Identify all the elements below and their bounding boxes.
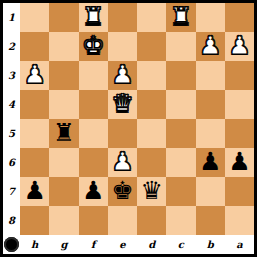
square-b2[interactable]: ♟	[196, 32, 225, 61]
file-label-c: c	[166, 235, 195, 254]
square-a8[interactable]	[225, 206, 254, 235]
rank-label-8: 8	[3, 206, 20, 235]
square-b8[interactable]	[196, 206, 225, 235]
chess-diagram: 1♜♜2♚♟♟3♟♟4♛5♜6♟♟♟7♟♟♚♛8hgfedcba	[0, 0, 257, 257]
square-d3[interactable]	[137, 61, 166, 90]
square-b1[interactable]	[196, 3, 225, 32]
to-move-indicator-cell	[3, 235, 20, 254]
square-b7[interactable]	[196, 177, 225, 206]
white-queen[interactable]: ♛	[111, 91, 133, 116]
white-pawn[interactable]: ♟	[23, 62, 45, 87]
square-c5[interactable]	[166, 119, 195, 148]
black-king[interactable]: ♚	[111, 178, 133, 203]
square-h5[interactable]	[20, 119, 49, 148]
white-king[interactable]: ♚	[82, 33, 104, 58]
file-label-h: h	[20, 235, 49, 254]
square-b4[interactable]	[196, 90, 225, 119]
black-pawn[interactable]: ♟	[23, 178, 45, 203]
rank-label-3: 3	[3, 61, 20, 90]
square-f4[interactable]	[79, 90, 108, 119]
square-d8[interactable]	[137, 206, 166, 235]
black-to-move-icon	[4, 237, 19, 252]
file-label-d: d	[137, 235, 166, 254]
square-b5[interactable]	[196, 119, 225, 148]
square-e5[interactable]	[108, 119, 137, 148]
square-e4[interactable]: ♛	[108, 90, 137, 119]
square-c1[interactable]: ♜	[166, 3, 195, 32]
white-rook[interactable]: ♜	[82, 4, 104, 29]
square-c4[interactable]	[166, 90, 195, 119]
chess-board: 1♜♜2♚♟♟3♟♟4♛5♜6♟♟♟7♟♟♚♛8hgfedcba	[3, 3, 254, 254]
square-e3[interactable]: ♟	[108, 61, 137, 90]
square-c3[interactable]	[166, 61, 195, 90]
square-b3[interactable]	[196, 61, 225, 90]
square-e8[interactable]	[108, 206, 137, 235]
file-label-f: f	[79, 235, 108, 254]
square-a4[interactable]	[225, 90, 254, 119]
square-e7[interactable]: ♚	[108, 177, 137, 206]
white-pawn[interactable]: ♟	[111, 62, 133, 87]
square-c7[interactable]	[166, 177, 195, 206]
square-g5[interactable]: ♜	[49, 119, 78, 148]
square-g6[interactable]	[49, 148, 78, 177]
white-pawn[interactable]: ♟	[111, 149, 133, 174]
black-pawn[interactable]: ♟	[228, 149, 250, 174]
square-a3[interactable]	[225, 61, 254, 90]
file-label-a: a	[225, 235, 254, 254]
square-d6[interactable]	[137, 148, 166, 177]
square-h6[interactable]	[20, 148, 49, 177]
square-g4[interactable]	[49, 90, 78, 119]
square-f1[interactable]: ♜	[79, 3, 108, 32]
square-h2[interactable]	[20, 32, 49, 61]
rank-label-6: 6	[3, 148, 20, 177]
square-e6[interactable]: ♟	[108, 148, 137, 177]
square-h4[interactable]	[20, 90, 49, 119]
file-label-b: b	[196, 235, 225, 254]
square-h3[interactable]: ♟	[20, 61, 49, 90]
square-b6[interactable]: ♟	[196, 148, 225, 177]
square-d5[interactable]	[137, 119, 166, 148]
square-f2[interactable]: ♚	[79, 32, 108, 61]
square-h7[interactable]: ♟	[20, 177, 49, 206]
square-g7[interactable]	[49, 177, 78, 206]
rank-label-7: 7	[3, 177, 20, 206]
square-f5[interactable]	[79, 119, 108, 148]
file-label-g: g	[49, 235, 78, 254]
square-f8[interactable]	[79, 206, 108, 235]
square-c2[interactable]	[166, 32, 195, 61]
black-queen[interactable]: ♛	[140, 178, 162, 203]
square-d1[interactable]	[137, 3, 166, 32]
file-label-e: e	[108, 235, 137, 254]
white-rook[interactable]: ♜	[170, 4, 192, 29]
black-pawn[interactable]: ♟	[82, 178, 104, 203]
square-g3[interactable]	[49, 61, 78, 90]
square-f3[interactable]	[79, 61, 108, 90]
square-g2[interactable]	[49, 32, 78, 61]
square-g8[interactable]	[49, 206, 78, 235]
black-rook[interactable]: ♜	[53, 120, 75, 145]
square-h1[interactable]	[20, 3, 49, 32]
rank-label-5: 5	[3, 119, 20, 148]
square-e2[interactable]	[108, 32, 137, 61]
square-c8[interactable]	[166, 206, 195, 235]
rank-label-4: 4	[3, 90, 20, 119]
square-a2[interactable]: ♟	[225, 32, 254, 61]
square-g1[interactable]	[49, 3, 78, 32]
square-d4[interactable]	[137, 90, 166, 119]
square-f6[interactable]	[79, 148, 108, 177]
square-e1[interactable]	[108, 3, 137, 32]
square-c6[interactable]	[166, 148, 195, 177]
square-a7[interactable]	[225, 177, 254, 206]
square-d7[interactable]: ♛	[137, 177, 166, 206]
black-pawn[interactable]: ♟	[199, 149, 221, 174]
square-h8[interactable]	[20, 206, 49, 235]
white-pawn[interactable]: ♟	[199, 33, 221, 58]
rank-label-1: 1	[3, 3, 20, 32]
rank-label-2: 2	[3, 32, 20, 61]
square-a5[interactable]	[225, 119, 254, 148]
square-d2[interactable]	[137, 32, 166, 61]
white-pawn[interactable]: ♟	[228, 33, 250, 58]
square-f7[interactable]: ♟	[79, 177, 108, 206]
square-a6[interactable]: ♟	[225, 148, 254, 177]
square-a1[interactable]	[225, 3, 254, 32]
